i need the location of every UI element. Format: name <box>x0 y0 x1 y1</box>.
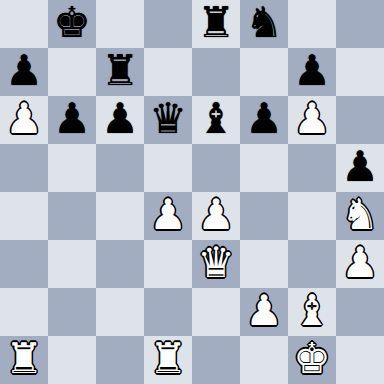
square-a6[interactable]: ♟︎ <box>0 96 48 144</box>
square-g3[interactable] <box>288 240 336 288</box>
square-g5[interactable] <box>288 144 336 192</box>
square-f8[interactable]: ♞︎ <box>240 0 288 48</box>
square-b1[interactable] <box>48 336 96 384</box>
square-h6[interactable] <box>336 96 384 144</box>
square-c8[interactable] <box>96 0 144 48</box>
square-h5[interactable]: ♟︎ <box>336 144 384 192</box>
square-e5[interactable] <box>192 144 240 192</box>
square-c6[interactable]: ♟︎ <box>96 96 144 144</box>
square-d8[interactable] <box>144 0 192 48</box>
square-f7[interactable] <box>240 48 288 96</box>
square-h7[interactable] <box>336 48 384 96</box>
square-c1[interactable] <box>96 336 144 384</box>
square-b6[interactable]: ♟︎ <box>48 96 96 144</box>
piece-white-king[interactable]: ♚︎ <box>293 338 331 380</box>
square-g1[interactable]: ♚︎ <box>288 336 336 384</box>
piece-black-king[interactable]: ♚︎ <box>53 2 91 44</box>
square-d3[interactable] <box>144 240 192 288</box>
square-g8[interactable] <box>288 0 336 48</box>
piece-white-queen[interactable]: ♛︎ <box>197 242 235 284</box>
square-c2[interactable] <box>96 288 144 336</box>
square-h8[interactable] <box>336 0 384 48</box>
square-f1[interactable] <box>240 336 288 384</box>
piece-white-pawn[interactable]: ♟︎ <box>341 242 379 284</box>
square-h1[interactable] <box>336 336 384 384</box>
square-f6[interactable]: ♟︎ <box>240 96 288 144</box>
square-g4[interactable] <box>288 192 336 240</box>
square-b7[interactable] <box>48 48 96 96</box>
square-e6[interactable]: ♝︎ <box>192 96 240 144</box>
piece-white-pawn[interactable]: ♟︎ <box>245 290 283 332</box>
square-g7[interactable]: ♟︎ <box>288 48 336 96</box>
square-e4[interactable]: ♟︎ <box>192 192 240 240</box>
piece-white-knight[interactable]: ♞︎ <box>341 194 379 236</box>
square-a5[interactable] <box>0 144 48 192</box>
square-h3[interactable]: ♟︎ <box>336 240 384 288</box>
square-d5[interactable] <box>144 144 192 192</box>
square-c4[interactable] <box>96 192 144 240</box>
square-c7[interactable]: ♜︎ <box>96 48 144 96</box>
chess-board: ♚︎♜︎♞︎♟︎♜︎♟︎♟︎♟︎♟︎♛︎♝︎♟︎♟︎♟︎♟︎♟︎♞︎♛︎♟︎♟︎… <box>0 0 384 384</box>
square-a1[interactable]: ♜︎ <box>0 336 48 384</box>
square-e1[interactable] <box>192 336 240 384</box>
square-d7[interactable] <box>144 48 192 96</box>
square-d1[interactable]: ♜︎ <box>144 336 192 384</box>
piece-white-pawn[interactable]: ♟︎ <box>293 98 331 140</box>
square-c5[interactable] <box>96 144 144 192</box>
piece-white-rook[interactable]: ♜︎ <box>149 338 187 380</box>
square-a4[interactable] <box>0 192 48 240</box>
square-f2[interactable]: ♟︎ <box>240 288 288 336</box>
square-h2[interactable] <box>336 288 384 336</box>
square-a2[interactable] <box>0 288 48 336</box>
piece-black-pawn[interactable]: ♟︎ <box>341 146 379 188</box>
square-f3[interactable] <box>240 240 288 288</box>
square-b8[interactable]: ♚︎ <box>48 0 96 48</box>
square-d4[interactable]: ♟︎ <box>144 192 192 240</box>
piece-black-pawn[interactable]: ♟︎ <box>293 50 331 92</box>
square-f5[interactable] <box>240 144 288 192</box>
square-e2[interactable] <box>192 288 240 336</box>
piece-black-queen[interactable]: ♛︎ <box>149 98 187 140</box>
piece-black-pawn[interactable]: ♟︎ <box>101 98 139 140</box>
piece-white-pawn[interactable]: ♟︎ <box>149 194 187 236</box>
square-e7[interactable] <box>192 48 240 96</box>
piece-white-rook[interactable]: ♜︎ <box>5 338 43 380</box>
piece-black-rook[interactable]: ♜︎ <box>101 50 139 92</box>
square-d6[interactable]: ♛︎ <box>144 96 192 144</box>
square-e8[interactable]: ♜︎ <box>192 0 240 48</box>
piece-black-bishop[interactable]: ♝︎ <box>197 98 235 140</box>
square-b2[interactable] <box>48 288 96 336</box>
square-g6[interactable]: ♟︎ <box>288 96 336 144</box>
square-a7[interactable]: ♟︎ <box>0 48 48 96</box>
square-a8[interactable] <box>0 0 48 48</box>
piece-black-pawn[interactable]: ♟︎ <box>245 98 283 140</box>
square-g2[interactable]: ♝︎ <box>288 288 336 336</box>
square-a3[interactable] <box>0 240 48 288</box>
square-c3[interactable] <box>96 240 144 288</box>
square-f4[interactable] <box>240 192 288 240</box>
square-b4[interactable] <box>48 192 96 240</box>
piece-black-pawn[interactable]: ♟︎ <box>53 98 91 140</box>
square-b3[interactable] <box>48 240 96 288</box>
square-d2[interactable] <box>144 288 192 336</box>
piece-black-knight[interactable]: ♞︎ <box>245 2 283 44</box>
square-e3[interactable]: ♛︎ <box>192 240 240 288</box>
piece-black-rook[interactable]: ♜︎ <box>197 2 235 44</box>
piece-white-pawn[interactable]: ♟︎ <box>197 194 235 236</box>
piece-black-pawn[interactable]: ♟︎ <box>5 50 43 92</box>
piece-white-pawn[interactable]: ♟︎ <box>5 98 43 140</box>
square-b5[interactable] <box>48 144 96 192</box>
square-h4[interactable]: ♞︎ <box>336 192 384 240</box>
piece-white-bishop[interactable]: ♝︎ <box>293 290 331 332</box>
